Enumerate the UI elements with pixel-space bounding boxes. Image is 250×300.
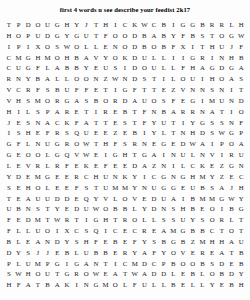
grid-cell: H <box>217 237 227 248</box>
grid-cell: A <box>52 63 62 74</box>
grid-cell: R <box>52 161 62 172</box>
grid-cell: U <box>188 183 198 194</box>
grid-cell: Q <box>91 226 101 237</box>
grid-cell: M <box>101 280 111 291</box>
grid-cell: C <box>188 161 198 172</box>
grid-cell: B <box>159 31 169 42</box>
grid-cell: O <box>207 215 217 226</box>
grid-cell: F <box>72 118 82 129</box>
grid-cell: J <box>4 118 14 129</box>
grid-cell: R <box>217 20 227 31</box>
grid-cell: Y <box>101 53 111 64</box>
grid-cell: G <box>159 139 169 150</box>
grid-cell: N <box>120 74 130 85</box>
grid-cell: K <box>81 161 91 172</box>
grid-cell: A <box>227 74 237 85</box>
grid-cell: R <box>120 215 130 226</box>
grid-cell: Y <box>140 204 150 215</box>
grid-cell: E <box>178 96 188 107</box>
grid-cell: B <box>227 204 237 215</box>
grid-cell: H <box>23 128 33 139</box>
grid-cell: M <box>33 172 43 183</box>
grid-cell: G <box>23 63 33 74</box>
grid-cell: B <box>14 204 24 215</box>
grid-cell: O <box>43 96 53 107</box>
grid-cell: P <box>236 128 246 139</box>
grid-cell: T <box>198 42 208 53</box>
grid-cell: A <box>43 74 53 85</box>
grid-cell: L <box>198 280 208 291</box>
grid-cell: P <box>23 31 33 42</box>
grid-cell: I <box>23 42 33 53</box>
grid-cell: B <box>217 269 227 280</box>
grid-cell: G <box>52 20 62 31</box>
grid-cell: S <box>81 183 91 194</box>
grid-cell: W <box>52 215 62 226</box>
grid-cell: F <box>178 31 188 42</box>
grid-cell: V <box>130 194 140 205</box>
grid-cell: H <box>4 31 14 42</box>
grid-cell: L <box>159 128 169 139</box>
grid-cell: B <box>33 74 43 85</box>
grid-cell: B <box>140 31 150 42</box>
grid-cell: O <box>72 42 82 53</box>
grid-cell: B <box>62 248 72 259</box>
grid-cell: K <box>62 280 72 291</box>
grid-cell: N <box>14 74 24 85</box>
grid-cell: H <box>227 53 237 64</box>
grid-cell: A <box>227 237 237 248</box>
grid-cell: G <box>236 204 246 215</box>
grid-cell: B <box>110 237 120 248</box>
grid-cell: Y <box>159 248 169 259</box>
grid-cell: C <box>81 172 91 183</box>
grid-cell: F <box>91 237 101 248</box>
grid-cell: I <box>169 161 179 172</box>
grid-cell: I <box>169 53 179 64</box>
grid-cell: O <box>101 204 111 215</box>
grid-cell: N <box>188 85 198 96</box>
grid-cell: L <box>23 107 33 118</box>
grid-cell: L <box>43 161 53 172</box>
grid-cell: E <box>72 107 82 118</box>
grid-cell: E <box>101 237 111 248</box>
grid-cell: E <box>101 42 111 53</box>
grid-cell: F <box>43 128 53 139</box>
grid-cell: H <box>188 172 198 183</box>
grid-cell: R <box>72 269 82 280</box>
grid-cell: D <box>149 194 159 205</box>
grid-cell: E <box>207 161 217 172</box>
grid-cell: A <box>236 139 246 150</box>
grid-cell: U <box>43 269 53 280</box>
grid-cell: U <box>159 118 169 129</box>
grid-cell: I <box>4 128 14 139</box>
grid-cell: E <box>120 128 130 139</box>
grid-cell: G <box>207 63 217 74</box>
grid-cell: F <box>101 161 111 172</box>
grid-cell: G <box>4 150 14 161</box>
grid-cell: J <box>227 183 237 194</box>
grid-cell: F <box>130 85 140 96</box>
grid-cell: U <box>81 204 91 215</box>
grid-cell: F <box>236 42 246 53</box>
grid-cell: W <box>236 31 246 42</box>
grid-cell: Y <box>62 237 72 248</box>
grid-cell: H <box>178 204 188 215</box>
grid-cell: R <box>62 139 72 150</box>
grid-cell: N <box>227 118 237 129</box>
grid-cell: U <box>149 63 159 74</box>
grid-cell: E <box>91 128 101 139</box>
grid-cell: H <box>101 215 111 226</box>
grid-cell: C <box>4 63 14 74</box>
grid-cell: H <box>207 237 217 248</box>
grid-cell: R <box>62 215 72 226</box>
grid-cell: U <box>101 172 111 183</box>
grid-cell: O <box>110 31 120 42</box>
grid-cell: C <box>149 20 159 31</box>
grid-cell: G <box>140 150 150 161</box>
grid-cell: A <box>33 237 43 248</box>
grid-cell: U <box>217 96 227 107</box>
grid-cell: S <box>62 128 72 139</box>
grid-cell: F <box>130 280 140 291</box>
grid-cell: E <box>120 226 130 237</box>
grid-cell: L <box>169 269 179 280</box>
grid-cell: S <box>159 96 169 107</box>
grid-cell: S <box>23 96 33 107</box>
grid-cell: I <box>62 259 72 270</box>
grid-cell: T <box>169 118 179 129</box>
grid-cell: B <box>120 204 130 215</box>
grid-cell: F <box>14 139 24 150</box>
grid-cell: F <box>72 85 82 96</box>
grid-cell: I <box>217 150 227 161</box>
grid-cell: K <box>198 161 208 172</box>
grid-cell: T <box>207 31 217 42</box>
grid-cell: F <box>178 63 188 74</box>
grid-cell: G <box>120 85 130 96</box>
grid-cell: T <box>236 85 246 96</box>
grid-cell: O <box>120 31 130 42</box>
grid-cell: N <box>159 161 169 172</box>
grid-cell: U <box>101 183 111 194</box>
grid-cell: F <box>81 85 91 96</box>
grid-cell: T <box>72 215 82 226</box>
grid-cell: E <box>169 139 179 150</box>
grid-cell: Y <box>130 248 140 259</box>
grid-cell: C <box>4 53 14 64</box>
grid-cell: T <box>91 118 101 129</box>
grid-cell: O <box>236 107 246 118</box>
grid-cell: Y <box>130 172 140 183</box>
grid-cell: I <box>198 96 208 107</box>
grid-cell: B <box>91 96 101 107</box>
grid-cell: H <box>188 128 198 139</box>
grid-cell: R <box>178 107 188 118</box>
grid-cell: V <box>91 53 101 64</box>
grid-cell: T <box>101 118 111 129</box>
grid-cell: D <box>149 269 159 280</box>
grid-cell: M <box>43 53 53 64</box>
grid-cell: I <box>178 194 188 205</box>
grid-cell: G <box>52 31 62 42</box>
grid-cell: S <box>198 31 208 42</box>
grid-cell: R <box>72 172 82 183</box>
grid-cell: H <box>188 63 198 74</box>
grid-cell: V <box>207 150 217 161</box>
grid-cell: B <box>72 63 82 74</box>
grid-cell: P <box>217 139 227 150</box>
grid-cell: X <box>33 42 43 53</box>
grid-cell: T <box>43 215 53 226</box>
grid-cell: V <box>4 85 14 96</box>
grid-cell: Z <box>169 85 179 96</box>
grid-cell: L <box>198 269 208 280</box>
grid-cell: A <box>23 194 33 205</box>
grid-cell: P <box>43 107 53 118</box>
grid-cell: F <box>169 96 179 107</box>
grid-cell: E <box>62 172 72 183</box>
grid-cell: L <box>159 280 169 291</box>
grid-cell: H <box>23 183 33 194</box>
grid-cell: B <box>198 259 208 270</box>
grid-cell: T <box>43 204 53 215</box>
grid-cell: S <box>207 85 217 96</box>
grid-cell: L <box>140 215 150 226</box>
grid-cell: E <box>207 248 217 259</box>
grid-cell: R <box>188 107 198 118</box>
grid-cell: O <box>217 31 227 42</box>
grid-cell: P <box>14 20 24 31</box>
grid-cell: I <box>198 74 208 85</box>
grid-cell: S <box>207 128 217 139</box>
grid-cell: B <box>101 248 111 259</box>
grid-cell: S <box>52 42 62 53</box>
grid-cell: O <box>33 269 43 280</box>
grid-cell: N <box>217 53 227 64</box>
grid-cell: T <box>227 248 237 259</box>
grid-cell: D <box>52 237 62 248</box>
grid-cell: H <box>23 269 33 280</box>
grid-cell: T <box>91 31 101 42</box>
grid-cell: P <box>14 42 24 53</box>
grid-cell: L <box>227 215 237 226</box>
grid-cell: B <box>198 183 208 194</box>
grid-cell: E <box>14 194 24 205</box>
grid-cell: S <box>43 85 53 96</box>
grid-cell: S <box>140 74 150 85</box>
grid-cell: N <box>198 150 208 161</box>
grid-cell: M <box>169 226 179 237</box>
grid-cell: H <box>62 20 72 31</box>
grid-cell: O <box>33 183 43 194</box>
grid-cell: N <box>23 204 33 215</box>
grid-cell: A <box>52 280 62 291</box>
grid-cell: D <box>140 259 150 270</box>
grid-cell: Y <box>169 31 179 42</box>
grid-cell: H <box>101 20 111 31</box>
grid-cell: E <box>33 128 43 139</box>
grid-cell: L <box>14 237 24 248</box>
grid-cell: F <box>110 139 120 150</box>
grid-cell: U <box>43 194 53 205</box>
grid-cell: S <box>33 107 43 118</box>
grid-cell: T <box>217 226 227 237</box>
grid-cell: F <box>72 183 82 194</box>
grid-cell: U <box>81 248 91 259</box>
grid-cell: S <box>198 215 208 226</box>
grid-cell: E <box>23 172 33 183</box>
grid-cell: W <box>81 150 91 161</box>
grid-cell: I <box>188 42 198 53</box>
grid-cell: R <box>110 96 120 107</box>
grid-cell: T <box>91 139 101 150</box>
grid-cell: T <box>91 20 101 31</box>
grid-cell: U <box>81 128 91 139</box>
grid-cell: T <box>110 215 120 226</box>
grid-cell: V <box>101 194 111 205</box>
grid-cell: Q <box>81 194 91 205</box>
grid-cell: V <box>72 150 82 161</box>
grid-cell: E <box>23 237 33 248</box>
grid-cell: I <box>14 107 24 118</box>
grid-cell: Y <box>188 215 198 226</box>
grid-cell: R <box>217 215 227 226</box>
grid-cell: T <box>149 85 159 96</box>
grid-cell: N <box>178 128 188 139</box>
grid-cell: Y <box>72 20 82 31</box>
grid-cell: F <box>140 118 150 129</box>
grid-cell: Y <box>62 31 72 42</box>
grid-cell: E <box>14 161 24 172</box>
grid-cell: Y <box>14 248 24 259</box>
grid-cell: M <box>33 96 43 107</box>
grid-cell: I <box>159 74 169 85</box>
grid-cell: G <box>62 269 72 280</box>
grid-cell: E <box>91 85 101 96</box>
grid-cell: E <box>62 204 72 215</box>
grid-cell: R <box>4 74 14 85</box>
grid-cell: C <box>149 172 159 183</box>
grid-cell: E <box>110 118 120 129</box>
grid-cell: U <box>4 204 14 215</box>
grid-cell: L <box>159 63 169 74</box>
grid-cell: D <box>14 172 24 183</box>
grid-cell: B <box>188 269 198 280</box>
grid-cell: S <box>236 74 246 85</box>
grid-cell: I <box>140 172 150 183</box>
grid-cell: G <box>23 53 33 64</box>
grid-cell: L <box>178 161 188 172</box>
grid-cell: J <box>81 20 91 31</box>
grid-cell: I <box>4 42 14 53</box>
grid-cell: B <box>52 85 62 96</box>
grid-cell: G <box>72 31 82 42</box>
grid-cell: U <box>140 53 150 64</box>
grid-cell: U <box>188 74 198 85</box>
grid-cell: L <box>149 215 159 226</box>
grid-cell: L <box>62 74 72 85</box>
grid-cell: I <box>110 20 120 31</box>
grid-cell: N <box>33 139 43 150</box>
word-search-grid: TPDOUGHYJTHICKWCBIGGBRRLHHOPUDGYGUTFOODB… <box>4 20 246 291</box>
grid-cell: M <box>198 237 208 248</box>
grid-cell: I <box>169 20 179 31</box>
grid-cell: E <box>101 269 111 280</box>
grid-cell: C <box>72 226 82 237</box>
grid-cell: A <box>217 183 227 194</box>
grid-cell: I <box>140 128 150 139</box>
grid-cell: E <box>227 259 237 270</box>
grid-cell: K <box>130 20 140 31</box>
grid-cell: E <box>120 161 130 172</box>
grid-cell: Y <box>52 204 62 215</box>
grid-cell: N <box>236 161 246 172</box>
grid-cell: L <box>23 226 33 237</box>
grid-cell: I <box>227 85 237 96</box>
grid-cell: L <box>91 42 101 53</box>
grid-cell: L <box>110 194 120 205</box>
grid-cell: E <box>62 183 72 194</box>
grid-cell: D <box>227 269 237 280</box>
grid-cell: V <box>4 96 14 107</box>
grid-cell: Z <box>110 128 120 139</box>
grid-cell: N <box>91 74 101 85</box>
grid-cell: C <box>120 259 130 270</box>
grid-cell: U <box>217 42 227 53</box>
grid-cell: H <box>207 74 217 85</box>
grid-cell: T <box>130 107 140 118</box>
grid-cell: R <box>52 96 62 107</box>
grid-cell: E <box>52 172 62 183</box>
grid-cell: G <box>62 96 72 107</box>
grid-cell: N <box>110 172 120 183</box>
grid-cell: C <box>120 20 130 31</box>
grid-cell: R <box>130 139 140 150</box>
grid-cell: P <box>43 259 53 270</box>
grid-cell: Q <box>72 128 82 139</box>
grid-cell: L <box>169 74 179 85</box>
grid-cell: B <box>43 280 53 291</box>
grid-cell: O <box>207 204 217 215</box>
grid-cell: M <box>130 259 140 270</box>
grid-cell: L <box>188 280 198 291</box>
grid-cell: G <box>43 172 53 183</box>
grid-cell: Z <box>149 161 159 172</box>
grid-cell: F <box>149 248 159 259</box>
grid-cell: T <box>52 269 62 280</box>
grid-cell: T <box>236 215 246 226</box>
grid-cell: L <box>120 280 130 291</box>
grid-cell: J <box>43 248 53 259</box>
grid-cell: G <box>169 237 179 248</box>
grid-cell: R <box>140 226 150 237</box>
grid-cell: Y <box>188 118 198 129</box>
grid-cell: T <box>169 128 179 139</box>
grid-cell: A <box>236 63 246 74</box>
grid-cell: Y <box>4 172 14 183</box>
grid-cell: K <box>120 53 130 64</box>
grid-cell: Z <box>188 237 198 248</box>
grid-cell: B <box>236 248 246 259</box>
grid-cell: O <box>188 259 198 270</box>
grid-cell: T <box>101 259 111 270</box>
grid-cell: R <box>23 85 33 96</box>
grid-cell: E <box>52 248 62 259</box>
grid-cell: U <box>33 31 43 42</box>
